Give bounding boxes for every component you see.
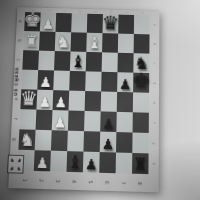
- square-e3[interactable]: ♟: [52, 90, 69, 110]
- piece-white-pawn[interactable]: ♟: [53, 115, 66, 129]
- square-d2[interactable]: ♟: [37, 70, 54, 90]
- square-g8[interactable]: [132, 133, 148, 154]
- square-e2[interactable]: ♟: [36, 90, 53, 110]
- square-h7[interactable]: [116, 153, 133, 174]
- square-a6[interactable]: ♛: [102, 14, 118, 33]
- square-e7[interactable]: [117, 92, 133, 112]
- square-f2[interactable]: [36, 110, 53, 131]
- square-g1[interactable]: ♞: [18, 129, 35, 150]
- square-c4[interactable]: ♝: [70, 51, 86, 71]
- piece-black-pawn[interactable]: ♟: [85, 157, 98, 172]
- square-d3[interactable]: [53, 70, 70, 90]
- square-f5[interactable]: [84, 111, 101, 132]
- coordinate-label: 7: [117, 174, 130, 191]
- us-chess-logo: ♞ ♞ ♞ ♞: [7, 155, 24, 174]
- square-a4[interactable]: [71, 13, 87, 32]
- square-g6[interactable]: ♟: [100, 132, 117, 153]
- square-b5[interactable]: ♝: [86, 33, 102, 53]
- coordinate-label: 8: [134, 175, 147, 192]
- piece-white-pawn[interactable]: ♟: [42, 17, 55, 31]
- square-c6[interactable]: [102, 52, 118, 72]
- square-d4[interactable]: [69, 71, 86, 91]
- piece-black-king[interactable]: ♚: [132, 71, 151, 92]
- square-b7[interactable]: [118, 34, 134, 54]
- piece-white-queen[interactable]: ♛: [19, 88, 38, 108]
- square-d6[interactable]: [101, 72, 117, 92]
- piece-white-knight[interactable]: ♞: [19, 131, 35, 149]
- square-a3[interactable]: [56, 13, 72, 32]
- piece-white-bishop[interactable]: ♝: [87, 35, 102, 52]
- square-g3[interactable]: [51, 130, 68, 151]
- square-a7[interactable]: [118, 15, 134, 34]
- square-h2[interactable]: ♟: [34, 150, 51, 171]
- logo-knight-icon: ♞: [15, 164, 23, 173]
- square-d8[interactable]: ♚: [133, 73, 149, 93]
- square-b6[interactable]: [102, 33, 118, 53]
- square-f4[interactable]: [68, 111, 85, 132]
- square-h8[interactable]: ♜: [132, 153, 149, 174]
- square-f3[interactable]: ♟: [52, 110, 69, 131]
- rank-labels-bottom: 12345678: [17, 174, 149, 190]
- square-b8[interactable]: [134, 34, 150, 54]
- square-g7[interactable]: [116, 132, 133, 153]
- square-h5[interactable]: ♟: [83, 152, 100, 173]
- logo-knight-icon: ♞: [8, 164, 16, 173]
- square-a8[interactable]: [134, 15, 150, 34]
- piece-white-pawn[interactable]: ♟: [39, 75, 52, 89]
- logo-knight-icon: ♞: [16, 156, 24, 164]
- square-e1[interactable]: ♛: [20, 89, 37, 109]
- square-e4[interactable]: [69, 91, 86, 111]
- piece-white-pawn[interactable]: ♟: [36, 155, 49, 170]
- square-b3[interactable]: ♞: [55, 32, 71, 52]
- square-h4[interactable]: ♝: [66, 151, 83, 172]
- square-g4[interactable]: [67, 131, 84, 152]
- piece-white-rook[interactable]: ♜: [24, 34, 39, 50]
- square-d5[interactable]: [85, 71, 101, 91]
- square-e6[interactable]: [101, 91, 117, 111]
- square-e8[interactable]: [133, 92, 149, 112]
- square-b2[interactable]: [39, 31, 55, 51]
- square-f6[interactable]: ♟: [100, 111, 117, 132]
- square-g5[interactable]: [83, 131, 100, 152]
- square-b1[interactable]: ♜: [23, 31, 40, 51]
- square-c3[interactable]: [54, 51, 71, 71]
- file-labels-right: abcdefgh: [149, 15, 159, 174]
- coordinate-label: 2: [35, 172, 48, 189]
- square-h6[interactable]: [99, 152, 116, 173]
- square-f7[interactable]: [116, 112, 132, 133]
- piece-white-pawn[interactable]: ♟: [38, 95, 51, 109]
- board-grid: ♚♟♛♜♞♝♝♞♟♟♚♛♟♟♟♟♞♟♟♝♟♜: [17, 12, 149, 174]
- square-a5[interactable]: [87, 14, 103, 33]
- piece-black-bishop[interactable]: ♝: [70, 53, 86, 70]
- coordinate-label: 1: [19, 172, 32, 189]
- piece-black-pawn[interactable]: ♟: [102, 116, 115, 131]
- piece-black-rook[interactable]: ♜: [133, 156, 148, 173]
- coordinate-label: 3: [51, 172, 64, 189]
- square-f1[interactable]: [19, 109, 36, 130]
- square-g2[interactable]: [35, 130, 52, 151]
- square-c5[interactable]: [86, 52, 102, 72]
- square-a1[interactable]: ♚: [24, 12, 40, 31]
- square-f8[interactable]: [133, 112, 149, 133]
- coordinate-label: 4: [68, 173, 81, 190]
- piece-white-knight[interactable]: ♞: [55, 34, 71, 51]
- coordinate-label: 6: [101, 174, 114, 191]
- piece-black-pawn[interactable]: ♟: [119, 77, 132, 91]
- piece-black-bishop[interactable]: ♝: [67, 153, 83, 171]
- square-h3[interactable]: [50, 151, 67, 172]
- square-e5[interactable]: [85, 91, 102, 111]
- photo-frame: ♚♟♛♜♞♝♝♞♟♟♚♛♟♟♟♟♞♟♟♝♟♜ abcdefgh abcdefgh…: [0, 0, 200, 200]
- square-c2[interactable]: [38, 51, 55, 71]
- square-a2[interactable]: ♟: [40, 12, 56, 31]
- square-c1[interactable]: [22, 50, 39, 70]
- square-b4[interactable]: [71, 32, 87, 52]
- piece-black-queen[interactable]: ♛: [102, 13, 120, 32]
- piece-black-pawn[interactable]: ♟: [101, 137, 114, 152]
- coordinate-label: 5: [84, 173, 97, 190]
- chess-mat: ♚♟♛♜♞♝♝♞♟♟♚♛♟♟♟♟♞♟♟♝♟♜ abcdefgh abcdefgh…: [8, 7, 159, 192]
- piece-white-pawn[interactable]: ♟: [54, 95, 67, 109]
